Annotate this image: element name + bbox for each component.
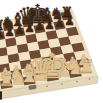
screw-icon bbox=[89, 78, 91, 80]
piece-white-rook: ♜ bbox=[0, 69, 15, 90]
piece-black-pawn: ♟ bbox=[64, 14, 75, 28]
piece-black-pawn: ♟ bbox=[0, 27, 5, 41]
chess-set-photo: ♜♞♝♚♛♟♝♟♞♟♜♟♟♟♟♟♟♟♟♟♟♜♟♞♟♝♟♚♛♝♞♜ bbox=[0, 0, 103, 103]
piece-black-pawn: ♟ bbox=[54, 16, 65, 30]
piece-black-pawn: ♟ bbox=[34, 19, 45, 33]
box-side bbox=[0, 91, 2, 100]
piece-black-pawn: ♟ bbox=[14, 23, 25, 37]
piece-black-pawn: ♟ bbox=[24, 21, 35, 35]
piece-black-pawn: ♟ bbox=[44, 18, 55, 32]
screw-icon bbox=[76, 81, 78, 83]
chess-board: ♜♞♝♚♛♟♝♟♞♟♜♟♟♟♟♟♟♟♟♟♟♜♟♞♟♝♟♚♛♝♞♜ bbox=[0, 0, 103, 103]
piece-black-pawn: ♟ bbox=[4, 25, 15, 39]
